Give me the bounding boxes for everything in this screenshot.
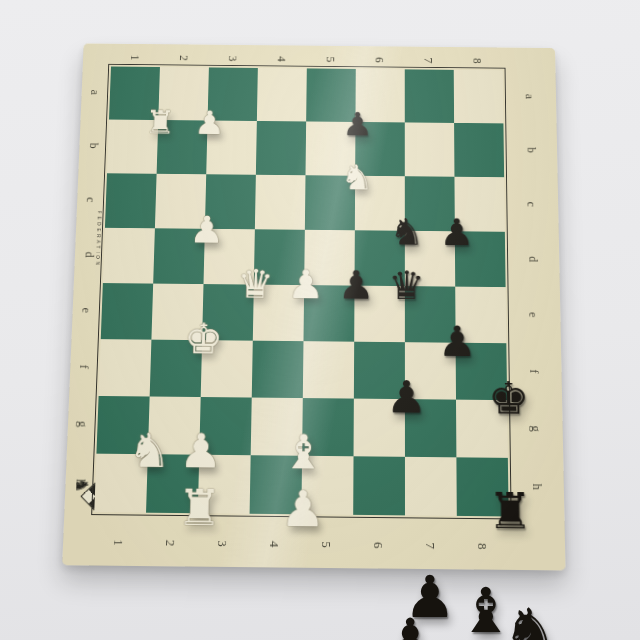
- piece-white-P-d4[interactable]: ♟: [287, 265, 324, 305]
- rank-label-top-6: 6: [373, 57, 385, 63]
- file-label-left-a: a: [90, 90, 102, 95]
- rank-label-top-3: 3: [227, 56, 239, 62]
- piece-white-P-c2[interactable]: ♟: [189, 211, 225, 248]
- file-label-left-h: h: [74, 479, 87, 485]
- square-f1[interactable]: [99, 339, 152, 396]
- square-d1[interactable]: [103, 228, 155, 284]
- file-label-right-f: f: [528, 369, 541, 373]
- file-label-right-d: d: [527, 256, 540, 262]
- piece-black-P-f6[interactable]: ♟: [386, 375, 427, 420]
- piece-black-P-a5[interactable]: ♟: [342, 108, 373, 140]
- file-label-left-b: b: [88, 143, 101, 149]
- piece-white-Q-d3[interactable]: ♛: [237, 265, 274, 305]
- piece-black-K-f8[interactable]: ♚: [488, 376, 530, 421]
- square-h6[interactable]: [353, 456, 405, 515]
- rank-label-top-5: 5: [325, 57, 337, 63]
- rank-label-bottom-7: 7: [424, 542, 437, 549]
- rank-label-top-8: 8: [471, 58, 483, 64]
- file-label-right-b: b: [525, 147, 537, 153]
- piece-black-R-h8[interactable]: ♜: [487, 487, 533, 537]
- rank-label-top-7: 7: [422, 57, 434, 63]
- square-e1[interactable]: [101, 283, 153, 340]
- rank-label-top-1: 1: [129, 55, 141, 61]
- file-label-left-g: g: [76, 421, 89, 427]
- file-label-right-c: c: [526, 202, 539, 207]
- square-a8[interactable]: [454, 70, 504, 124]
- rank-label-bottom-3: 3: [216, 540, 229, 547]
- piece-black-Q-d6[interactable]: ♛: [388, 266, 425, 306]
- file-label-left-d: d: [83, 252, 96, 258]
- rank-label-bottom-8: 8: [476, 543, 489, 550]
- piece-black-P-d5[interactable]: ♟: [338, 266, 375, 306]
- file-label-right-g: g: [530, 426, 543, 432]
- rank-label-bottom-2: 2: [164, 540, 177, 547]
- file-label-left-f: f: [78, 365, 91, 369]
- rank-label-bottom-1: 1: [112, 539, 125, 546]
- piece-white-N-b5[interactable]: ♞: [341, 160, 374, 195]
- square-b7[interactable]: [405, 122, 455, 176]
- square-b8[interactable]: [454, 123, 504, 177]
- rank-label-bottom-6: 6: [372, 542, 385, 549]
- captured-piece-black-N-3[interactable]: ♞: [502, 600, 559, 640]
- captured-piece-black-P-1[interactable]: ♟: [386, 612, 434, 640]
- piece-black-P-c7[interactable]: ♟: [439, 214, 474, 251]
- piece-white-R-a1[interactable]: ♜: [144, 107, 176, 139]
- vinyl-chess-mat: US CHESS FEDERATION ♞ ♜♟♟♞♟♞♟♛♟♟♛♚♟♟♚♞♟♝…: [62, 43, 565, 570]
- rank-label-bottom-5: 5: [320, 541, 333, 548]
- rank-label-top-4: 4: [276, 56, 288, 62]
- file-label-left-c: c: [85, 197, 98, 202]
- rank-label-top-2: 2: [178, 55, 190, 61]
- piece-white-N-g1[interactable]: ♞: [127, 427, 172, 474]
- piece-white-K-e2[interactable]: ♚: [184, 318, 224, 360]
- piece-black-P-e7[interactable]: ♟: [438, 321, 477, 363]
- piece-white-B-g4[interactable]: ♝: [282, 429, 326, 476]
- piece-white-P-a2[interactable]: ♟: [194, 107, 225, 139]
- piece-white-P-h4[interactable]: ♟: [280, 485, 326, 535]
- rank-label-bottom-4: 4: [268, 541, 281, 548]
- square-a4[interactable]: [257, 68, 307, 122]
- file-label-right-e: e: [528, 312, 541, 318]
- file-label-left-e: e: [81, 308, 94, 314]
- piece-black-N-c6[interactable]: ♞: [389, 213, 424, 250]
- square-b4[interactable]: [256, 121, 306, 175]
- square-a7[interactable]: [405, 69, 454, 123]
- board-grid: ♜♟♟♞♟♞♟♛♟♟♛♚♟♟♚♞♟♝♜♟♜: [94, 67, 508, 517]
- piece-white-R-h2[interactable]: ♜: [176, 484, 222, 534]
- table-surface: US CHESS FEDERATION ♞ ♜♟♟♞♟♞♟♛♟♟♛♚♟♟♚♞♟♝…: [0, 0, 640, 640]
- square-h7[interactable]: [405, 457, 457, 516]
- piece-white-P-g2[interactable]: ♟: [179, 428, 223, 475]
- square-f5[interactable]: [303, 341, 354, 398]
- square-c1[interactable]: [105, 173, 157, 228]
- file-label-right-a: a: [524, 94, 536, 99]
- square-f4[interactable]: [252, 341, 304, 398]
- file-label-right-h: h: [531, 484, 544, 490]
- square-c4[interactable]: [255, 175, 306, 230]
